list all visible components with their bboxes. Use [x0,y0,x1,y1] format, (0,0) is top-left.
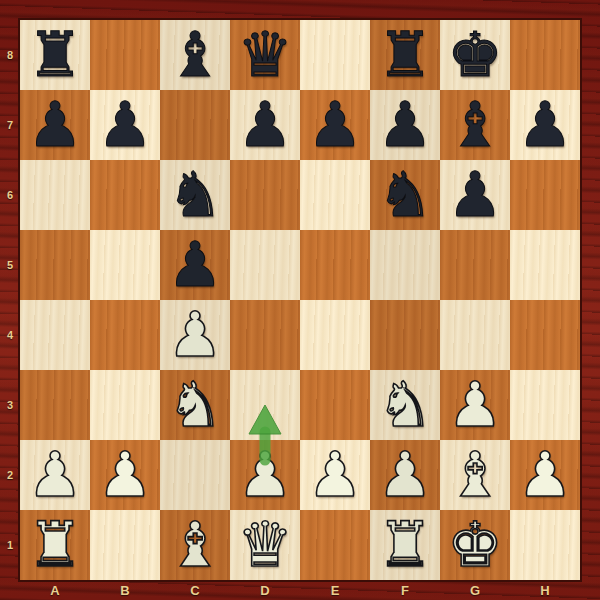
square-a5[interactable] [20,230,90,300]
piece-white-bishop[interactable]: ♝ [447,440,503,510]
square-f5[interactable] [370,230,440,300]
square-b5[interactable] [90,230,160,300]
file-label-d: D [230,580,300,600]
square-d8[interactable]: ♛ [230,20,300,90]
square-b2[interactable]: ♟ [90,440,160,510]
square-d4[interactable] [230,300,300,370]
piece-black-pawn[interactable]: ♟ [377,90,433,160]
square-h3[interactable] [510,370,580,440]
square-c8[interactable]: ♝ [160,20,230,90]
square-h8[interactable] [510,20,580,90]
piece-black-pawn[interactable]: ♟ [517,90,573,160]
file-label-f: F [370,580,440,600]
square-c1[interactable]: ♝ [160,510,230,580]
rank-label-5: 5 [0,230,20,300]
piece-black-pawn[interactable]: ♟ [307,90,363,160]
square-e1[interactable] [300,510,370,580]
square-b1[interactable] [90,510,160,580]
file-label-a: A [20,580,90,600]
piece-white-pawn[interactable]: ♟ [447,370,503,440]
square-a8[interactable]: ♜ [20,20,90,90]
piece-black-knight[interactable]: ♞ [167,160,223,230]
piece-black-pawn[interactable]: ♟ [447,160,503,230]
piece-black-queen[interactable]: ♛ [237,20,293,90]
square-g5[interactable] [440,230,510,300]
square-c6[interactable]: ♞ [160,160,230,230]
square-g2[interactable]: ♝ [440,440,510,510]
file-label-c: C [160,580,230,600]
rank-label-4: 4 [0,300,20,370]
piece-white-pawn[interactable]: ♟ [27,440,83,510]
square-e7[interactable]: ♟ [300,90,370,160]
piece-black-king[interactable]: ♚ [447,20,503,90]
square-d2[interactable]: ♟ [230,440,300,510]
square-a3[interactable] [20,370,90,440]
rank-label-2: 2 [0,440,20,510]
piece-black-bishop[interactable]: ♝ [447,90,503,160]
square-f4[interactable] [370,300,440,370]
piece-black-bishop[interactable]: ♝ [167,20,223,90]
piece-white-queen[interactable]: ♛ [237,510,293,580]
piece-white-rook[interactable]: ♜ [377,510,433,580]
square-g3[interactable]: ♟ [440,370,510,440]
square-b6[interactable] [90,160,160,230]
square-c4[interactable]: ♟ [160,300,230,370]
file-label-h: H [510,580,580,600]
piece-white-rook[interactable]: ♜ [27,510,83,580]
piece-white-pawn[interactable]: ♟ [517,440,573,510]
piece-black-pawn[interactable]: ♟ [27,90,83,160]
square-e5[interactable] [300,230,370,300]
file-label-g: G [440,580,510,600]
square-f1[interactable]: ♜ [370,510,440,580]
square-d3[interactable] [230,370,300,440]
file-label-e: E [300,580,370,600]
rank-label-1: 1 [0,510,20,580]
rank-label-8: 8 [0,20,20,90]
square-d7[interactable]: ♟ [230,90,300,160]
piece-black-pawn[interactable]: ♟ [167,230,223,300]
square-d1[interactable]: ♛ [230,510,300,580]
piece-white-bishop[interactable]: ♝ [167,510,223,580]
square-c3[interactable]: ♞ [160,370,230,440]
square-g7[interactable]: ♝ [440,90,510,160]
square-d6[interactable] [230,160,300,230]
square-f6[interactable]: ♞ [370,160,440,230]
square-h1[interactable] [510,510,580,580]
piece-white-king[interactable]: ♚ [447,510,503,580]
piece-black-rook[interactable]: ♜ [27,20,83,90]
square-f3[interactable]: ♞ [370,370,440,440]
square-b8[interactable] [90,20,160,90]
square-a4[interactable] [20,300,90,370]
piece-black-pawn[interactable]: ♟ [97,90,153,160]
square-b7[interactable]: ♟ [90,90,160,160]
piece-white-pawn[interactable]: ♟ [377,440,433,510]
chess-board: ♜♝♛♜♚♟♟♟♟♟♝♟♞♞♟♟♟♞♞♟♟♟♟♟♟♝♟♜♝♛♜♚ [20,20,580,580]
square-a6[interactable] [20,160,90,230]
square-f2[interactable]: ♟ [370,440,440,510]
piece-black-pawn[interactable]: ♟ [237,90,293,160]
square-b4[interactable] [90,300,160,370]
chess-board-frame: 87654321 ABCDEFGH ♜♝♛♜♚♟♟♟♟♟♝♟♞♞♟♟♟♞♞♟♟♟… [0,0,600,600]
square-e6[interactable] [300,160,370,230]
square-a2[interactable]: ♟ [20,440,90,510]
piece-black-rook[interactable]: ♜ [377,20,433,90]
rank-label-7: 7 [0,90,20,160]
square-c7[interactable] [160,90,230,160]
square-h5[interactable] [510,230,580,300]
square-a1[interactable]: ♜ [20,510,90,580]
square-f8[interactable]: ♜ [370,20,440,90]
piece-white-knight[interactable]: ♞ [377,370,433,440]
rank-label-3: 3 [0,370,20,440]
piece-white-pawn[interactable]: ♟ [97,440,153,510]
square-g8[interactable]: ♚ [440,20,510,90]
square-h7[interactable]: ♟ [510,90,580,160]
square-e2[interactable]: ♟ [300,440,370,510]
square-e8[interactable] [300,20,370,90]
square-b3[interactable] [90,370,160,440]
square-d5[interactable] [230,230,300,300]
square-g6[interactable]: ♟ [440,160,510,230]
piece-black-knight[interactable]: ♞ [377,160,433,230]
square-a7[interactable]: ♟ [20,90,90,160]
square-e4[interactable] [300,300,370,370]
square-c5[interactable]: ♟ [160,230,230,300]
rank-label-6: 6 [0,160,20,230]
piece-white-knight[interactable]: ♞ [167,370,223,440]
square-c2[interactable] [160,440,230,510]
piece-white-pawn[interactable]: ♟ [307,440,363,510]
square-g1[interactable]: ♚ [440,510,510,580]
square-f7[interactable]: ♟ [370,90,440,160]
square-e3[interactable] [300,370,370,440]
piece-white-pawn[interactable]: ♟ [167,300,223,370]
square-h6[interactable] [510,160,580,230]
piece-white-pawn[interactable]: ♟ [237,440,293,510]
square-h2[interactable]: ♟ [510,440,580,510]
square-g4[interactable] [440,300,510,370]
square-h4[interactable] [510,300,580,370]
file-label-b: B [90,580,160,600]
